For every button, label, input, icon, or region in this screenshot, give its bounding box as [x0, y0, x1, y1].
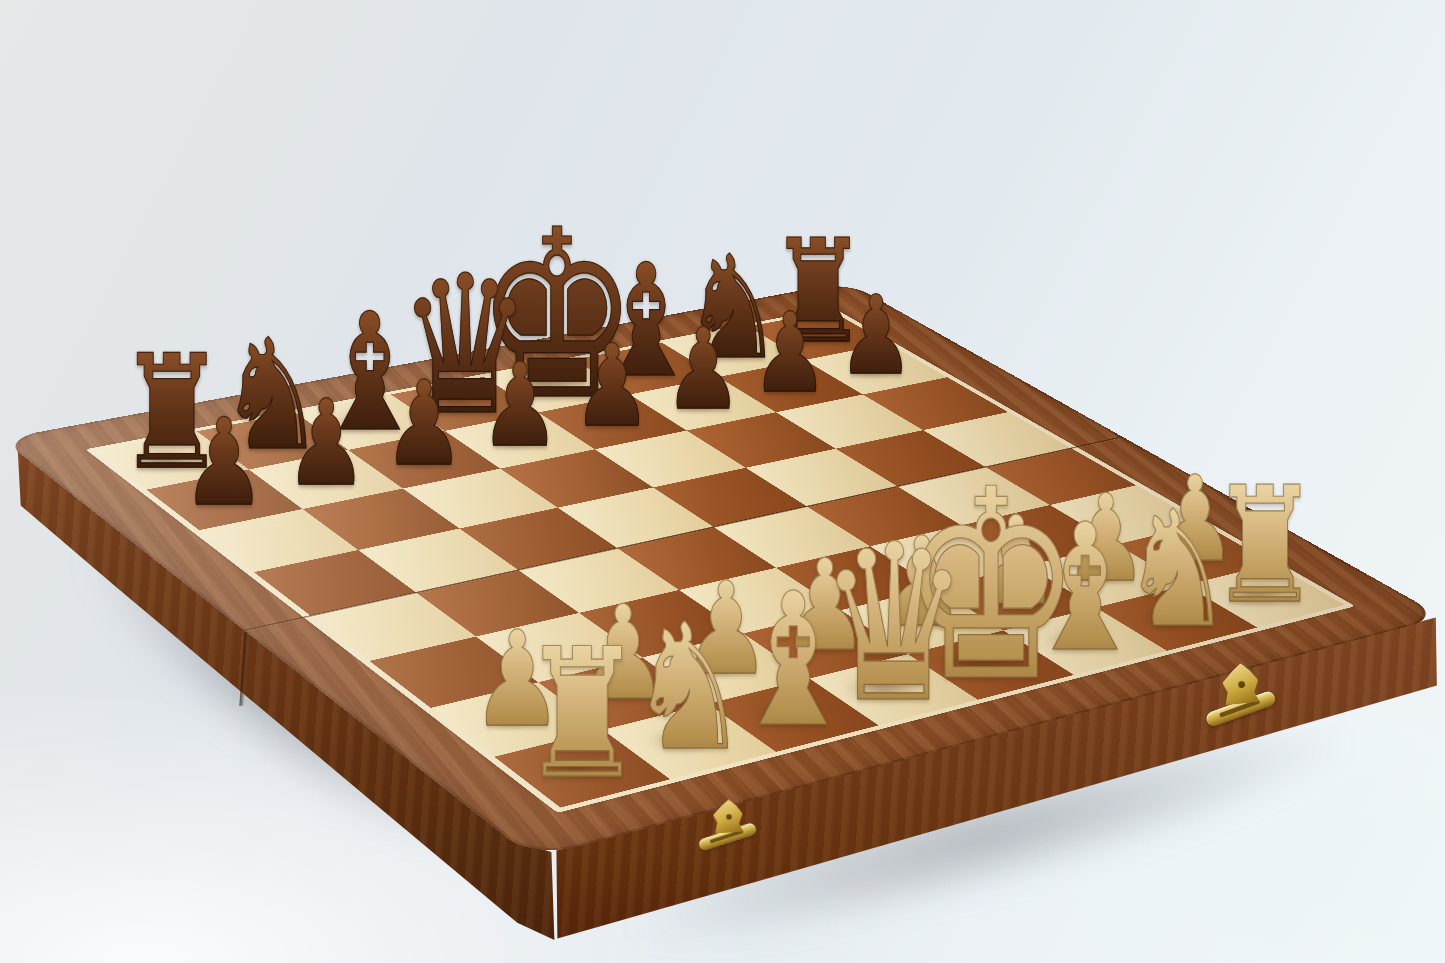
pawn-glyph: ♟	[664, 314, 742, 426]
pawn-glyph: ♟	[284, 384, 367, 502]
pawn-glyph: ♟	[838, 282, 914, 391]
knight-glyph: ♞	[629, 602, 750, 776]
pawn-glyph: ♟	[479, 348, 559, 463]
pawn-glyph: ♟	[383, 366, 465, 483]
pawn-glyph: ♟	[573, 331, 652, 444]
pawn-glyph: ♟	[182, 403, 266, 523]
rook-glyph: ♜	[520, 625, 645, 804]
pawn-glyph: ♟	[752, 298, 829, 408]
photo-scene: ♜♞♝♛♚♝♞♜♟♟♟♟♟♟♟♟♟♟♟♟♟♟♟♟♜♞♝♛♚♝♞♜	[0, 0, 1445, 963]
